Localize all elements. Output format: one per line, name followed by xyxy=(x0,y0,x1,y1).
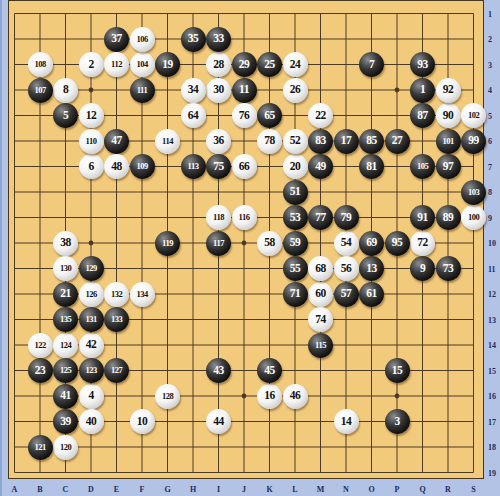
move-number: 107 xyxy=(34,85,45,94)
stone-black-61: 61 xyxy=(359,282,384,307)
row-label-16: 16 xyxy=(488,392,500,401)
move-number: 83 xyxy=(315,135,326,147)
stone-white-22: 22 xyxy=(308,103,333,128)
move-number: 23 xyxy=(35,364,46,376)
stone-white-34: 34 xyxy=(181,78,206,103)
stone-black-5: 5 xyxy=(53,103,78,128)
move-number: 14 xyxy=(341,415,352,427)
stone-black-77: 77 xyxy=(308,205,333,230)
move-number: 11 xyxy=(239,84,249,96)
move-number: 10 xyxy=(137,415,148,427)
stone-black-119: 119 xyxy=(155,231,180,256)
column-label-D: D xyxy=(84,485,98,494)
stone-white-54: 54 xyxy=(334,231,359,256)
stone-white-42: 42 xyxy=(79,333,104,358)
stone-white-66: 66 xyxy=(232,154,257,179)
move-number: 25 xyxy=(264,58,275,70)
stone-white-38: 38 xyxy=(53,231,78,256)
move-number: 16 xyxy=(264,390,275,402)
stone-white-10: 10 xyxy=(130,409,155,434)
move-number: 87 xyxy=(417,109,428,121)
stone-white-118: 118 xyxy=(206,205,231,230)
row-label-17: 17 xyxy=(488,418,500,427)
stone-white-106: 106 xyxy=(130,27,155,52)
stone-black-13: 13 xyxy=(359,256,384,281)
move-number: 59 xyxy=(290,237,301,249)
stone-black-51: 51 xyxy=(283,180,308,205)
stone-black-45: 45 xyxy=(257,358,282,383)
column-label-J: J xyxy=(237,485,251,494)
stone-black-117: 117 xyxy=(206,231,231,256)
stone-white-120: 120 xyxy=(53,435,78,460)
row-label-4: 4 xyxy=(488,86,500,95)
move-number: 34 xyxy=(188,84,199,96)
move-number: 54 xyxy=(341,237,352,249)
move-number: 89 xyxy=(443,211,454,223)
move-number: 46 xyxy=(290,390,301,402)
move-number: 75 xyxy=(213,160,224,172)
move-number: 7 xyxy=(369,58,374,70)
move-number: 101 xyxy=(442,136,453,145)
move-number: 104 xyxy=(136,60,147,69)
move-number: 85 xyxy=(366,135,377,147)
move-number: 2 xyxy=(88,58,93,70)
stone-black-91: 91 xyxy=(410,205,435,230)
stone-black-135: 135 xyxy=(53,307,78,332)
stone-white-134: 134 xyxy=(130,282,155,307)
column-label-H: H xyxy=(186,485,200,494)
move-number: 134 xyxy=(136,289,147,298)
stone-black-101: 101 xyxy=(436,129,461,154)
move-number: 4 xyxy=(88,390,93,402)
stone-white-20: 20 xyxy=(283,154,308,179)
move-number: 8 xyxy=(63,84,68,96)
column-label-Q: Q xyxy=(416,485,430,494)
move-number: 72 xyxy=(417,237,428,249)
stone-black-59: 59 xyxy=(283,231,308,256)
move-number: 116 xyxy=(239,213,250,222)
move-number: 19 xyxy=(162,58,173,70)
row-label-19: 19 xyxy=(488,469,500,478)
move-number: 112 xyxy=(111,60,122,69)
stone-black-29: 29 xyxy=(232,52,257,77)
move-number: 91 xyxy=(417,211,428,223)
move-number: 65 xyxy=(264,109,275,121)
column-label-L: L xyxy=(288,485,302,494)
move-number: 102 xyxy=(468,111,479,120)
stone-black-3: 3 xyxy=(385,409,410,434)
row-label-11: 11 xyxy=(488,265,500,274)
move-number: 33 xyxy=(213,33,224,45)
column-label-A: A xyxy=(8,485,22,494)
stone-black-83: 83 xyxy=(308,129,333,154)
stone-white-40: 40 xyxy=(79,409,104,434)
stone-black-105: 105 xyxy=(410,154,435,179)
stone-white-4: 4 xyxy=(79,384,104,409)
move-number: 37 xyxy=(111,33,122,45)
move-number: 61 xyxy=(366,288,377,300)
move-number: 73 xyxy=(443,262,454,274)
stone-white-100: 100 xyxy=(461,205,486,230)
move-number: 118 xyxy=(213,213,224,222)
move-number: 97 xyxy=(443,160,454,172)
move-number: 12 xyxy=(86,109,97,121)
stone-white-116: 116 xyxy=(232,205,257,230)
stone-black-89: 89 xyxy=(436,205,461,230)
move-number: 114 xyxy=(162,136,173,145)
stone-black-69: 69 xyxy=(359,231,384,256)
stone-black-127: 127 xyxy=(104,358,129,383)
move-number: 41 xyxy=(60,390,71,402)
move-number: 24 xyxy=(290,58,301,70)
move-number: 77 xyxy=(315,211,326,223)
stone-white-72: 72 xyxy=(410,231,435,256)
app-window: 1234567891011121314151617192021222324252… xyxy=(0,0,500,496)
stone-black-109: 109 xyxy=(130,154,155,179)
stone-black-121: 121 xyxy=(28,435,53,460)
move-number: 56 xyxy=(341,262,352,274)
row-label-12: 12 xyxy=(488,290,500,299)
move-number: 95 xyxy=(392,237,403,249)
row-label-10: 10 xyxy=(488,239,500,248)
move-number: 127 xyxy=(111,366,122,375)
move-number: 115 xyxy=(315,340,326,349)
row-label-14: 14 xyxy=(488,341,500,350)
stone-black-53: 53 xyxy=(283,205,308,230)
move-number: 51 xyxy=(290,186,301,198)
move-number: 122 xyxy=(34,340,45,349)
stone-white-90: 90 xyxy=(436,103,461,128)
stone-black-115: 115 xyxy=(308,333,333,358)
move-number: 128 xyxy=(162,391,173,400)
move-number: 43 xyxy=(213,364,224,376)
stone-white-128: 128 xyxy=(155,384,180,409)
move-number: 106 xyxy=(136,34,147,43)
move-number: 29 xyxy=(239,58,250,70)
move-number: 105 xyxy=(417,162,428,171)
stone-white-110: 110 xyxy=(79,129,104,154)
move-number: 81 xyxy=(366,160,377,172)
stone-black-71: 71 xyxy=(283,282,308,307)
stone-black-113: 113 xyxy=(181,154,206,179)
stone-white-130: 130 xyxy=(53,256,78,281)
column-label-B: B xyxy=(33,485,47,494)
stone-white-46: 46 xyxy=(283,384,308,409)
column-label-M: M xyxy=(314,485,328,494)
move-number: 48 xyxy=(111,160,122,172)
move-number: 30 xyxy=(213,84,224,96)
stone-black-87: 87 xyxy=(410,103,435,128)
move-number: 44 xyxy=(213,415,224,427)
stone-black-15: 15 xyxy=(385,358,410,383)
star-point xyxy=(242,241,247,246)
move-number: 52 xyxy=(290,135,301,147)
move-number: 53 xyxy=(290,211,301,223)
stone-white-56: 56 xyxy=(334,256,359,281)
stone-black-125: 125 xyxy=(53,358,78,383)
stone-black-17: 17 xyxy=(334,129,359,154)
stone-white-74: 74 xyxy=(308,307,333,332)
stone-black-123: 123 xyxy=(79,358,104,383)
move-number: 110 xyxy=(86,136,97,145)
move-number: 26 xyxy=(290,84,301,96)
stone-white-76: 76 xyxy=(232,103,257,128)
move-number: 68 xyxy=(315,262,326,274)
star-point xyxy=(89,88,94,93)
stone-white-8: 8 xyxy=(53,78,78,103)
move-number: 108 xyxy=(34,60,45,69)
stone-white-52: 52 xyxy=(283,129,308,154)
stone-black-35: 35 xyxy=(181,27,206,52)
stone-white-30: 30 xyxy=(206,78,231,103)
move-number: 120 xyxy=(60,442,71,451)
stone-black-49: 49 xyxy=(308,154,333,179)
stone-white-108: 108 xyxy=(28,52,53,77)
stone-black-41: 41 xyxy=(53,384,78,409)
move-number: 47 xyxy=(111,135,122,147)
stone-white-48: 48 xyxy=(104,154,129,179)
column-label-N: N xyxy=(339,485,353,494)
move-number: 1 xyxy=(420,84,425,96)
row-label-13: 13 xyxy=(488,316,500,325)
stone-black-97: 97 xyxy=(436,154,461,179)
stone-white-124: 124 xyxy=(53,333,78,358)
column-label-E: E xyxy=(110,485,124,494)
move-number: 135 xyxy=(60,315,71,324)
row-label-3: 3 xyxy=(488,61,500,70)
stone-black-25: 25 xyxy=(257,52,282,77)
stone-black-129: 129 xyxy=(79,256,104,281)
stone-black-95: 95 xyxy=(385,231,410,256)
stone-white-102: 102 xyxy=(461,103,486,128)
stone-black-73: 73 xyxy=(436,256,461,281)
move-number: 121 xyxy=(34,442,45,451)
move-number: 69 xyxy=(366,237,377,249)
column-label-F: F xyxy=(135,485,149,494)
row-label-8: 8 xyxy=(488,188,500,197)
move-number: 74 xyxy=(315,313,326,325)
move-number: 38 xyxy=(60,237,71,249)
move-number: 13 xyxy=(366,262,377,274)
stone-white-60: 60 xyxy=(308,282,333,307)
stone-black-1: 1 xyxy=(410,78,435,103)
move-number: 60 xyxy=(315,288,326,300)
stone-white-44: 44 xyxy=(206,409,231,434)
row-label-15: 15 xyxy=(488,367,500,376)
stone-white-92: 92 xyxy=(436,78,461,103)
move-number: 58 xyxy=(264,237,275,249)
stone-white-68: 68 xyxy=(308,256,333,281)
move-number: 78 xyxy=(264,135,275,147)
stone-white-114: 114 xyxy=(155,129,180,154)
move-number: 117 xyxy=(213,238,224,247)
move-number: 130 xyxy=(60,264,71,273)
stone-white-58: 58 xyxy=(257,231,282,256)
move-number: 17 xyxy=(341,135,352,147)
stone-white-132: 132 xyxy=(104,282,129,307)
stone-white-14: 14 xyxy=(334,409,359,434)
move-number: 15 xyxy=(392,364,403,376)
move-number: 76 xyxy=(239,109,250,121)
move-number: 129 xyxy=(85,264,96,273)
column-label-G: G xyxy=(161,485,175,494)
move-number: 27 xyxy=(392,135,403,147)
move-number: 45 xyxy=(264,364,275,376)
stone-black-55: 55 xyxy=(283,256,308,281)
stone-white-36: 36 xyxy=(206,129,231,154)
move-number: 123 xyxy=(85,366,96,375)
move-number: 6 xyxy=(88,160,93,172)
stone-white-24: 24 xyxy=(283,52,308,77)
move-number: 21 xyxy=(60,288,71,300)
move-number: 39 xyxy=(60,415,71,427)
move-number: 71 xyxy=(290,288,301,300)
stone-white-112: 112 xyxy=(104,52,129,77)
move-number: 113 xyxy=(188,162,199,171)
stone-black-81: 81 xyxy=(359,154,384,179)
stone-black-85: 85 xyxy=(359,129,384,154)
stone-black-111: 111 xyxy=(130,78,155,103)
stone-black-107: 107 xyxy=(28,78,53,103)
stone-black-79: 79 xyxy=(334,205,359,230)
stone-white-64: 64 xyxy=(181,103,206,128)
stone-white-2: 2 xyxy=(79,52,104,77)
stone-white-28: 28 xyxy=(206,52,231,77)
stone-black-99: 99 xyxy=(461,129,486,154)
move-number: 36 xyxy=(213,135,224,147)
stone-white-78: 78 xyxy=(257,129,282,154)
move-number: 9 xyxy=(420,262,425,274)
move-number: 64 xyxy=(188,109,199,121)
move-number: 20 xyxy=(290,160,301,172)
stone-black-43: 43 xyxy=(206,358,231,383)
move-number: 3 xyxy=(394,415,399,427)
move-number: 79 xyxy=(341,211,352,223)
stone-black-75: 75 xyxy=(206,154,231,179)
move-number: 40 xyxy=(86,415,97,427)
stone-black-23: 23 xyxy=(28,358,53,383)
row-label-2: 2 xyxy=(488,35,500,44)
star-point xyxy=(395,394,400,399)
column-label-K: K xyxy=(263,485,277,494)
stone-white-126: 126 xyxy=(79,282,104,307)
move-number: 124 xyxy=(60,340,71,349)
move-number: 49 xyxy=(315,160,326,172)
move-number: 99 xyxy=(468,135,479,147)
column-label-R: R xyxy=(441,485,455,494)
move-number: 111 xyxy=(137,85,147,94)
star-point xyxy=(242,394,247,399)
stone-black-11: 11 xyxy=(232,78,257,103)
move-number: 55 xyxy=(290,262,301,274)
stone-white-16: 16 xyxy=(257,384,282,409)
move-number: 35 xyxy=(188,33,199,45)
row-label-1: 1 xyxy=(488,10,500,19)
stone-black-131: 131 xyxy=(79,307,104,332)
move-number: 42 xyxy=(86,339,97,351)
row-label-5: 5 xyxy=(488,112,500,121)
move-number: 131 xyxy=(85,315,96,324)
move-number: 57 xyxy=(341,288,352,300)
stone-black-7: 7 xyxy=(359,52,384,77)
stone-black-133: 133 xyxy=(104,307,129,332)
stone-white-6: 6 xyxy=(79,154,104,179)
move-number: 125 xyxy=(60,366,71,375)
stone-white-26: 26 xyxy=(283,78,308,103)
column-label-O: O xyxy=(365,485,379,494)
row-label-18: 18 xyxy=(488,443,500,452)
stone-white-122: 122 xyxy=(28,333,53,358)
stone-black-103: 103 xyxy=(461,180,486,205)
stone-black-39: 39 xyxy=(53,409,78,434)
move-number: 126 xyxy=(85,289,96,298)
move-number: 109 xyxy=(136,162,147,171)
column-label-I: I xyxy=(212,485,226,494)
star-point xyxy=(395,88,400,93)
move-number: 90 xyxy=(443,109,454,121)
move-number: 93 xyxy=(417,58,428,70)
stone-black-21: 21 xyxy=(53,282,78,307)
stone-black-33: 33 xyxy=(206,27,231,52)
move-number: 133 xyxy=(111,315,122,324)
stone-black-37: 37 xyxy=(104,27,129,52)
stone-black-19: 19 xyxy=(155,52,180,77)
stone-black-47: 47 xyxy=(104,129,129,154)
stone-black-9: 9 xyxy=(410,256,435,281)
move-number: 92 xyxy=(443,84,454,96)
row-label-7: 7 xyxy=(488,163,500,172)
column-label-C: C xyxy=(59,485,73,494)
star-point xyxy=(89,241,94,246)
move-number: 132 xyxy=(111,289,122,298)
row-label-9: 9 xyxy=(488,214,500,223)
column-label-P: P xyxy=(390,485,404,494)
move-number: 66 xyxy=(239,160,250,172)
move-number: 22 xyxy=(315,109,326,121)
stone-white-12: 12 xyxy=(79,103,104,128)
stone-black-93: 93 xyxy=(410,52,435,77)
move-number: 28 xyxy=(213,58,224,70)
stone-black-57: 57 xyxy=(334,282,359,307)
stone-white-104: 104 xyxy=(130,52,155,77)
stone-black-65: 65 xyxy=(257,103,282,128)
column-label-S: S xyxy=(467,485,481,494)
move-number: 5 xyxy=(63,109,68,121)
move-number: 119 xyxy=(162,238,173,247)
row-label-6: 6 xyxy=(488,137,500,146)
stone-black-27: 27 xyxy=(385,129,410,154)
move-number: 100 xyxy=(468,213,479,222)
move-number: 103 xyxy=(468,187,479,196)
